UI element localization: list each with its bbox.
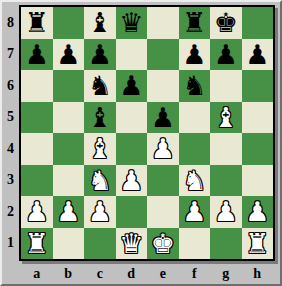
- square-d5[interactable]: [116, 102, 148, 134]
- square-g2[interactable]: ♟: [210, 196, 242, 228]
- piece-bR-f8[interactable]: ♜: [182, 7, 206, 39]
- file-label-g: g: [210, 264, 242, 284]
- piece-wK-e1[interactable]: ♚: [151, 228, 175, 260]
- square-h6[interactable]: [242, 70, 274, 102]
- square-f1[interactable]: [179, 228, 211, 260]
- rank-label-5: 5: [2, 102, 19, 134]
- piece-wP-h2[interactable]: ♟: [245, 196, 269, 228]
- rank-label-3: 3: [2, 165, 19, 197]
- piece-bK-g8[interactable]: ♚: [214, 7, 238, 39]
- rank-label-2: 2: [2, 196, 19, 228]
- piece-wP-g2[interactable]: ♟: [214, 196, 238, 228]
- file-label-a: a: [21, 264, 53, 284]
- square-f5[interactable]: [179, 102, 211, 134]
- rank-label-7: 7: [2, 39, 19, 71]
- rank-label-6: 6: [2, 70, 19, 102]
- square-g4[interactable]: [210, 133, 242, 165]
- square-h7[interactable]: ♟: [242, 39, 274, 71]
- square-a2[interactable]: ♟: [21, 196, 53, 228]
- file-label-b: b: [53, 264, 85, 284]
- piece-bP-f7[interactable]: ♟: [182, 39, 206, 71]
- square-c4[interactable]: ♝: [84, 133, 116, 165]
- file-label-d: d: [116, 264, 148, 284]
- piece-wN-f3[interactable]: ♞: [182, 165, 206, 197]
- piece-bN-c6[interactable]: ♞: [88, 70, 112, 102]
- file-labels: abcdefgh: [21, 264, 273, 284]
- square-b4[interactable]: [53, 133, 85, 165]
- square-h8[interactable]: [242, 7, 274, 39]
- square-e8[interactable]: [147, 7, 179, 39]
- square-f3[interactable]: ♞: [179, 165, 211, 197]
- square-e2[interactable]: [147, 196, 179, 228]
- square-b6[interactable]: [53, 70, 85, 102]
- square-e3[interactable]: [147, 165, 179, 197]
- square-a4[interactable]: [21, 133, 53, 165]
- square-g3[interactable]: [210, 165, 242, 197]
- square-f7[interactable]: ♟: [179, 39, 211, 71]
- rank-label-1: 1: [2, 228, 19, 260]
- file-label-e: e: [147, 264, 179, 284]
- file-label-h: h: [242, 264, 274, 284]
- square-d6[interactable]: ♟: [116, 70, 148, 102]
- square-a7[interactable]: ♟: [21, 39, 53, 71]
- piece-bQ-d8[interactable]: ♛: [119, 7, 143, 39]
- square-a8[interactable]: ♜: [21, 7, 53, 39]
- board: ♜♝♛♜♚♟♟♟♟♟♟♞♟♞♝♟♝♝♟♞♟♞♟♟♟♟♟♟♜♛♚♜: [21, 7, 273, 259]
- square-f4[interactable]: [179, 133, 211, 165]
- square-e6[interactable]: [147, 70, 179, 102]
- board-frame: ♜♝♛♜♚♟♟♟♟♟♟♞♟♞♝♟♝♝♟♞♟♞♟♟♟♟♟♟♜♛♚♜: [19, 5, 275, 261]
- rank-labels: 87654321: [2, 7, 19, 259]
- square-b2[interactable]: ♟: [53, 196, 85, 228]
- square-h3[interactable]: [242, 165, 274, 197]
- square-g8[interactable]: ♚: [210, 7, 242, 39]
- square-e5[interactable]: ♟: [147, 102, 179, 134]
- piece-wB-g5[interactable]: ♝: [214, 102, 238, 134]
- square-c8[interactable]: ♝: [84, 7, 116, 39]
- piece-bP-b7[interactable]: ♟: [56, 39, 80, 71]
- piece-wP-e4[interactable]: ♟: [151, 133, 175, 165]
- square-b1[interactable]: [53, 228, 85, 260]
- square-d7[interactable]: [116, 39, 148, 71]
- square-c1[interactable]: [84, 228, 116, 260]
- square-b5[interactable]: [53, 102, 85, 134]
- file-label-f: f: [179, 264, 211, 284]
- piece-wB-c4[interactable]: ♝: [88, 133, 112, 165]
- square-b8[interactable]: [53, 7, 85, 39]
- square-c6[interactable]: ♞: [84, 70, 116, 102]
- piece-wP-f2[interactable]: ♟: [182, 196, 206, 228]
- square-h4[interactable]: [242, 133, 274, 165]
- piece-wP-b2[interactable]: ♟: [56, 196, 80, 228]
- square-a3[interactable]: [21, 165, 53, 197]
- square-e7[interactable]: [147, 39, 179, 71]
- square-e4[interactable]: ♟: [147, 133, 179, 165]
- square-g6[interactable]: [210, 70, 242, 102]
- piece-wP-d3[interactable]: ♟: [119, 165, 143, 197]
- square-d3[interactable]: ♟: [116, 165, 148, 197]
- square-c3[interactable]: ♞: [84, 165, 116, 197]
- piece-bP-g7[interactable]: ♟: [214, 39, 238, 71]
- square-f8[interactable]: ♜: [179, 7, 211, 39]
- square-c7[interactable]: ♟: [84, 39, 116, 71]
- square-a6[interactable]: [21, 70, 53, 102]
- piece-wQ-d1[interactable]: ♛: [119, 228, 143, 260]
- piece-bB-c8[interactable]: ♝: [88, 7, 112, 39]
- rank-label-8: 8: [2, 7, 19, 39]
- square-h5[interactable]: [242, 102, 274, 134]
- square-b3[interactable]: [53, 165, 85, 197]
- square-a5[interactable]: [21, 102, 53, 134]
- chess-window: 87654321 ♜♝♛♜♚♟♟♟♟♟♟♞♟♞♝♟♝♝♟♞♟♞♟♟♟♟♟♟♜♛♚…: [0, 0, 282, 286]
- piece-wP-a2[interactable]: ♟: [25, 196, 49, 228]
- piece-bB-c5[interactable]: ♝: [88, 102, 112, 134]
- square-f6[interactable]: ♞: [179, 70, 211, 102]
- square-h2[interactable]: ♟: [242, 196, 274, 228]
- square-g1[interactable]: [210, 228, 242, 260]
- square-g7[interactable]: ♟: [210, 39, 242, 71]
- piece-wR-a1[interactable]: ♜: [25, 228, 49, 260]
- piece-wP-c2[interactable]: ♟: [88, 196, 112, 228]
- square-h1[interactable]: ♜: [242, 228, 274, 260]
- square-d8[interactable]: ♛: [116, 7, 148, 39]
- piece-bP-h7[interactable]: ♟: [245, 39, 269, 71]
- piece-bP-e5[interactable]: ♟: [151, 102, 175, 134]
- square-c5[interactable]: ♝: [84, 102, 116, 134]
- piece-bP-c7[interactable]: ♟: [88, 39, 112, 71]
- piece-wN-c3[interactable]: ♞: [88, 165, 112, 197]
- square-a1[interactable]: ♜: [21, 228, 53, 260]
- piece-bP-d6[interactable]: ♟: [119, 70, 143, 102]
- square-d4[interactable]: [116, 133, 148, 165]
- square-d1[interactable]: ♛: [116, 228, 148, 260]
- piece-bR-a8[interactable]: ♜: [25, 7, 49, 39]
- square-d2[interactable]: [116, 196, 148, 228]
- piece-wR-h1[interactable]: ♜: [245, 228, 269, 260]
- piece-bP-a7[interactable]: ♟: [25, 39, 49, 71]
- square-b7[interactable]: ♟: [53, 39, 85, 71]
- square-f2[interactable]: ♟: [179, 196, 211, 228]
- rank-label-4: 4: [2, 133, 19, 165]
- square-g5[interactable]: ♝: [210, 102, 242, 134]
- square-e1[interactable]: ♚: [147, 228, 179, 260]
- square-c2[interactable]: ♟: [84, 196, 116, 228]
- file-label-c: c: [84, 264, 116, 284]
- piece-bN-f6[interactable]: ♞: [182, 70, 206, 102]
